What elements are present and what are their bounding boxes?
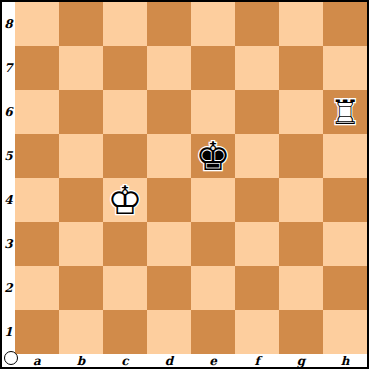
square-e5[interactable]: ♚♚ bbox=[191, 134, 235, 178]
square-g4[interactable] bbox=[279, 178, 323, 222]
square-a7[interactable] bbox=[15, 46, 59, 90]
black-king[interactable]: ♚♚ bbox=[191, 134, 235, 178]
white-rook-glyph: ♜♖ bbox=[330, 95, 360, 129]
square-b3[interactable] bbox=[59, 222, 103, 266]
rank-label-2: 2 bbox=[2, 266, 15, 310]
square-h8[interactable] bbox=[323, 2, 367, 46]
square-h2[interactable] bbox=[323, 266, 367, 310]
white-rook-outline: ♖ bbox=[330, 92, 360, 132]
square-f2[interactable] bbox=[235, 266, 279, 310]
square-d8[interactable] bbox=[147, 2, 191, 46]
square-e2[interactable] bbox=[191, 266, 235, 310]
square-h3[interactable] bbox=[323, 222, 367, 266]
square-c2[interactable] bbox=[103, 266, 147, 310]
rank-label-6: 6 bbox=[2, 90, 15, 134]
square-a2[interactable] bbox=[15, 266, 59, 310]
white-king[interactable]: ♚♔ bbox=[103, 178, 147, 222]
white-king-outline: ♔ bbox=[108, 178, 143, 223]
square-h7[interactable] bbox=[323, 46, 367, 90]
square-b8[interactable] bbox=[59, 2, 103, 46]
file-label-d: d bbox=[147, 354, 191, 367]
file-label-a: a bbox=[15, 354, 59, 367]
square-c4[interactable]: ♚♔ bbox=[103, 178, 147, 222]
square-d7[interactable] bbox=[147, 46, 191, 90]
square-f3[interactable] bbox=[235, 222, 279, 266]
square-e1[interactable] bbox=[191, 310, 235, 354]
square-h4[interactable] bbox=[323, 178, 367, 222]
square-d3[interactable] bbox=[147, 222, 191, 266]
black-king-fill: ♚ bbox=[196, 137, 231, 176]
square-f8[interactable] bbox=[235, 2, 279, 46]
rank-label-3: 3 bbox=[2, 222, 15, 266]
rank-label-7: 7 bbox=[2, 46, 15, 90]
square-b4[interactable] bbox=[59, 178, 103, 222]
white-king-fill: ♚ bbox=[108, 181, 143, 220]
square-b1[interactable] bbox=[59, 310, 103, 354]
square-g6[interactable] bbox=[279, 90, 323, 134]
square-b5[interactable] bbox=[59, 134, 103, 178]
square-e8[interactable] bbox=[191, 2, 235, 46]
square-c6[interactable] bbox=[103, 90, 147, 134]
rank-labels: 87654321 bbox=[2, 2, 15, 354]
square-f5[interactable] bbox=[235, 134, 279, 178]
square-e3[interactable] bbox=[191, 222, 235, 266]
square-g7[interactable] bbox=[279, 46, 323, 90]
file-label-g: g bbox=[279, 354, 323, 367]
square-d1[interactable] bbox=[147, 310, 191, 354]
square-g1[interactable] bbox=[279, 310, 323, 354]
square-h5[interactable] bbox=[323, 134, 367, 178]
square-d6[interactable] bbox=[147, 90, 191, 134]
file-label-f: f bbox=[235, 354, 279, 367]
square-c3[interactable] bbox=[103, 222, 147, 266]
square-f4[interactable] bbox=[235, 178, 279, 222]
black-king-outline: ♚ bbox=[196, 134, 231, 179]
square-e4[interactable] bbox=[191, 178, 235, 222]
square-c7[interactable] bbox=[103, 46, 147, 90]
rank-label-1: 1 bbox=[2, 310, 15, 354]
square-b7[interactable] bbox=[59, 46, 103, 90]
square-h6[interactable]: ♜♖ bbox=[323, 90, 367, 134]
rank-label-8: 8 bbox=[2, 2, 15, 46]
chess-board: ♜♖♚♚♚♔ bbox=[15, 2, 367, 354]
file-label-h: h bbox=[323, 354, 367, 367]
square-b2[interactable] bbox=[59, 266, 103, 310]
square-g8[interactable] bbox=[279, 2, 323, 46]
square-g3[interactable] bbox=[279, 222, 323, 266]
square-a1[interactable] bbox=[15, 310, 59, 354]
white-rook[interactable]: ♜♖ bbox=[323, 90, 367, 134]
file-label-e: e bbox=[191, 354, 235, 367]
file-label-c: c bbox=[103, 354, 147, 367]
chess-diagram: 87654321 ♜♖♚♚♚♔ abcdefgh bbox=[0, 0, 369, 369]
square-d2[interactable] bbox=[147, 266, 191, 310]
rank-label-4: 4 bbox=[2, 178, 15, 222]
square-e7[interactable] bbox=[191, 46, 235, 90]
square-c8[interactable] bbox=[103, 2, 147, 46]
white-rook-fill: ♜ bbox=[330, 95, 360, 129]
square-f6[interactable] bbox=[235, 90, 279, 134]
square-g2[interactable] bbox=[279, 266, 323, 310]
square-g5[interactable] bbox=[279, 134, 323, 178]
square-f1[interactable] bbox=[235, 310, 279, 354]
square-d5[interactable] bbox=[147, 134, 191, 178]
square-a8[interactable] bbox=[15, 2, 59, 46]
square-c5[interactable] bbox=[103, 134, 147, 178]
square-f7[interactable] bbox=[235, 46, 279, 90]
white-king-glyph: ♚♔ bbox=[108, 181, 143, 220]
rank-label-5: 5 bbox=[2, 134, 15, 178]
square-a4[interactable] bbox=[15, 178, 59, 222]
square-a5[interactable] bbox=[15, 134, 59, 178]
square-a6[interactable] bbox=[15, 90, 59, 134]
white-to-move-indicator bbox=[4, 351, 18, 365]
file-labels: abcdefgh bbox=[15, 354, 367, 367]
square-h1[interactable] bbox=[323, 310, 367, 354]
square-d4[interactable] bbox=[147, 178, 191, 222]
square-c1[interactable] bbox=[103, 310, 147, 354]
black-king-glyph: ♚♚ bbox=[196, 137, 231, 176]
square-a3[interactable] bbox=[15, 222, 59, 266]
file-label-b: b bbox=[59, 354, 103, 367]
square-e6[interactable] bbox=[191, 90, 235, 134]
square-b6[interactable] bbox=[59, 90, 103, 134]
